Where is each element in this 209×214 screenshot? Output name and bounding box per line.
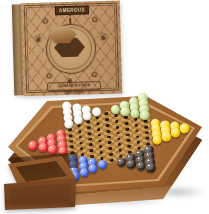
hole-dot xyxy=(145,131,149,134)
marble-yellow xyxy=(179,123,189,133)
hole-dot xyxy=(106,130,110,133)
hole-dot xyxy=(78,136,82,139)
gift-box: AMEROUS ♦ ❦ ❦ ✿ ✿ ✿ ✿ ❦ CHINESE WOODEN C… xyxy=(12,1,123,97)
hole-dot xyxy=(69,140,73,143)
hole-dot xyxy=(78,130,82,133)
flower-ornament-icon: ✿ xyxy=(46,72,53,80)
flower-ornament-icon: ✿ xyxy=(91,71,98,79)
hole-dot xyxy=(97,128,101,131)
flower-ornament-icon: ✿ xyxy=(91,16,98,24)
hole-dot xyxy=(115,120,119,123)
hole-dot xyxy=(107,135,111,138)
hole-dot xyxy=(95,116,99,119)
flower-ornament-icon: ✿ xyxy=(42,17,49,25)
hole-dot xyxy=(116,131,120,134)
hole-dot xyxy=(127,145,131,148)
hole-dot xyxy=(79,142,83,145)
hole-dot xyxy=(99,151,103,154)
hole-dot xyxy=(105,118,109,121)
hole-dot xyxy=(110,159,114,162)
hole-dot xyxy=(136,141,140,144)
hole-dot xyxy=(108,141,112,144)
box-emblem: ♦ ❦ ❦ ✿ ✿ ✿ ✿ ❦ xyxy=(38,14,104,80)
hole-dot xyxy=(136,135,140,138)
hole-dot xyxy=(77,124,81,127)
board-hole xyxy=(179,125,189,132)
hole-dot xyxy=(87,132,91,135)
hole-dot xyxy=(114,114,118,117)
storage-drawer xyxy=(0,146,92,214)
hole-dot xyxy=(106,124,110,127)
emblem-ring xyxy=(45,23,96,74)
hole-dot xyxy=(125,122,129,125)
hole-dot xyxy=(88,138,92,141)
hole-dot xyxy=(117,137,121,140)
hole-dot xyxy=(144,120,148,123)
hole-dot xyxy=(126,133,130,136)
hole-dot xyxy=(124,116,128,119)
hole-dot xyxy=(146,137,150,140)
hole-dot xyxy=(104,112,108,115)
hole-dot xyxy=(86,120,90,123)
hole-dot xyxy=(68,128,72,131)
hole-dot xyxy=(117,143,121,146)
hole-dot xyxy=(135,129,139,132)
hole-dot xyxy=(97,134,101,137)
hole-dot xyxy=(108,147,112,150)
hole-dot xyxy=(99,145,103,148)
box-face: AMEROUS ♦ ❦ ❦ ✿ ✿ ✿ ✿ ❦ CHINESE WOODEN C… xyxy=(21,1,123,97)
hole-dot xyxy=(134,118,138,121)
hole-dot xyxy=(98,139,102,142)
hole-dot xyxy=(134,123,138,126)
hole-dot xyxy=(127,139,131,142)
hole-dot xyxy=(144,125,148,128)
product-photo: AMEROUS ♦ ❦ ❦ ✿ ✿ ✿ ✿ ❦ CHINESE WOODEN C… xyxy=(0,0,209,214)
hole-dot xyxy=(96,122,100,125)
torch-head-icon: ♦ xyxy=(66,12,74,18)
hole-dot xyxy=(118,149,122,152)
hole-dot xyxy=(125,127,129,130)
hole-dot xyxy=(87,126,91,129)
hole-dot xyxy=(69,134,73,137)
hole-dot xyxy=(115,126,119,129)
hole-dot xyxy=(109,153,113,156)
